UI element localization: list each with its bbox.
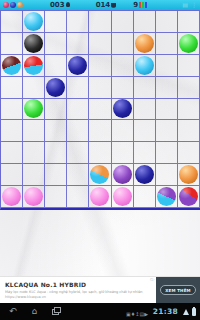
cell-r6c8[interactable] bbox=[178, 142, 200, 164]
score-value: 003 bbox=[50, 0, 65, 10]
ad-cta-panel: XEM THÊM bbox=[156, 277, 200, 303]
cell-r5c6[interactable] bbox=[134, 120, 156, 142]
status-icon-4: ▶ bbox=[144, 311, 148, 317]
window-icon[interactable]: ▤ bbox=[182, 0, 188, 10]
cell-r4c0[interactable] bbox=[1, 99, 23, 121]
cell-r7c7[interactable] bbox=[156, 164, 178, 186]
cell-r7c1[interactable] bbox=[23, 164, 45, 186]
cell-r2c3[interactable] bbox=[67, 55, 89, 77]
cell-r6c6[interactable] bbox=[134, 142, 156, 164]
status-icons: ▣♦↥▤▶ bbox=[126, 301, 148, 320]
cell-r3c8[interactable] bbox=[178, 77, 200, 99]
ad-body-text: Máy lọc nước KLC Aqua - công nghệ hybrid… bbox=[5, 290, 153, 294]
score-stat: 003 bbox=[50, 0, 70, 10]
cell-r4c4[interactable] bbox=[89, 99, 111, 121]
cell-r0c6[interactable] bbox=[134, 11, 156, 33]
cell-r1c2[interactable] bbox=[45, 33, 67, 55]
next-ball-orange bbox=[17, 2, 23, 8]
cell-r4c1[interactable] bbox=[23, 99, 45, 121]
cell-r8c7[interactable] bbox=[156, 186, 178, 208]
cell-r6c1[interactable] bbox=[23, 142, 45, 164]
navy-ball[interactable] bbox=[46, 78, 65, 97]
ad-url: https://www.klcaqua.vn bbox=[5, 295, 156, 299]
cell-r1c7[interactable] bbox=[156, 33, 178, 55]
cell-r2c0[interactable] bbox=[1, 55, 23, 77]
cell-r8c6[interactable] bbox=[134, 186, 156, 208]
cell-r8c8[interactable] bbox=[178, 186, 200, 208]
cell-r7c0[interactable] bbox=[1, 164, 23, 186]
purple-red-ball[interactable] bbox=[179, 187, 198, 206]
cell-r3c5[interactable] bbox=[112, 77, 134, 99]
pink-ball[interactable] bbox=[90, 187, 109, 206]
cell-r0c1[interactable] bbox=[23, 11, 45, 33]
next-balls bbox=[3, 2, 23, 8]
screen: 003 014 9 ▤ ⋮ KLCAQUA No.1 HYBRID Máy lọ… bbox=[0, 0, 200, 320]
cell-r2c1[interactable] bbox=[23, 55, 45, 77]
navy-ball[interactable] bbox=[68, 56, 87, 75]
cell-r1c0[interactable] bbox=[1, 33, 23, 55]
green-ball[interactable] bbox=[179, 34, 198, 53]
cell-r7c5[interactable] bbox=[112, 164, 134, 186]
cell-r5c1[interactable] bbox=[23, 120, 45, 142]
ad-banner[interactable]: KLCAQUA No.1 HYBRID Máy lọc nước KLC Aqu… bbox=[0, 276, 200, 303]
purple-cyan-ball[interactable] bbox=[157, 187, 176, 206]
cell-r4c7[interactable] bbox=[156, 99, 178, 121]
clock: 21:38 bbox=[153, 307, 178, 316]
cell-r3c7[interactable] bbox=[156, 77, 178, 99]
cell-r3c4[interactable] bbox=[89, 77, 111, 99]
purple-ball[interactable] bbox=[113, 165, 132, 184]
black-ball[interactable] bbox=[24, 34, 43, 53]
cell-r4c6[interactable] bbox=[134, 99, 156, 121]
cell-r0c0[interactable] bbox=[1, 11, 23, 33]
cell-r7c2[interactable] bbox=[45, 164, 67, 186]
trophy-icon bbox=[111, 3, 116, 7]
status-cluster: ▣♦↥▤▶ 21:38 bbox=[126, 301, 196, 320]
adchoices-icon[interactable]: ⓘ bbox=[150, 277, 154, 282]
home-icon[interactable]: ⌂ bbox=[32, 303, 38, 320]
android-navbar: ↶ ⌂ ▣♦↥▤▶ 21:38 bbox=[0, 303, 200, 320]
cell-r0c8[interactable] bbox=[178, 11, 200, 33]
cell-r3c6[interactable] bbox=[134, 77, 156, 99]
orange-ball[interactable] bbox=[179, 165, 198, 184]
score-ball-icon bbox=[66, 2, 70, 7]
cell-r3c1[interactable] bbox=[23, 77, 45, 99]
navy-ball[interactable] bbox=[113, 99, 132, 118]
cell-r8c0[interactable] bbox=[1, 186, 23, 208]
ad-cta-button[interactable]: XEM THÊM bbox=[160, 285, 196, 295]
cell-r5c3[interactable] bbox=[67, 120, 89, 142]
cell-r1c6[interactable] bbox=[134, 33, 156, 55]
cell-r2c6[interactable] bbox=[134, 55, 156, 77]
cell-r3c0[interactable] bbox=[1, 77, 23, 99]
cell-r5c0[interactable] bbox=[1, 120, 23, 142]
recents-icon[interactable] bbox=[52, 309, 59, 315]
cell-r0c5[interactable] bbox=[112, 11, 134, 33]
cell-r2c4[interactable] bbox=[89, 55, 111, 77]
cell-r7c3[interactable] bbox=[67, 164, 89, 186]
cell-r4c2[interactable] bbox=[45, 99, 67, 121]
cell-r0c7[interactable] bbox=[156, 11, 178, 33]
maroon-cyan-ball[interactable] bbox=[2, 56, 21, 75]
cell-r6c2[interactable] bbox=[45, 142, 67, 164]
next-ball-navy bbox=[10, 2, 16, 8]
overflow-menu-icon[interactable]: ⋮ bbox=[191, 0, 197, 10]
game-header: 003 014 9 ▤ ⋮ bbox=[0, 0, 200, 10]
cell-r3c3[interactable] bbox=[67, 77, 89, 99]
cell-r8c5[interactable] bbox=[112, 186, 134, 208]
cell-r5c5[interactable] bbox=[112, 120, 134, 142]
cell-r3c2[interactable] bbox=[45, 77, 67, 99]
cell-r4c5[interactable] bbox=[112, 99, 134, 121]
back-icon[interactable]: ↶ bbox=[9, 303, 17, 320]
cell-r0c4[interactable] bbox=[89, 11, 111, 33]
cell-r5c4[interactable] bbox=[89, 120, 111, 142]
cell-r5c8[interactable] bbox=[178, 120, 200, 142]
cell-r8c2[interactable] bbox=[45, 186, 67, 208]
wifi-icon bbox=[183, 309, 189, 315]
cell-r7c8[interactable] bbox=[178, 164, 200, 186]
orange-ball[interactable] bbox=[135, 34, 154, 53]
ad-headline[interactable]: KLCAQUA No.1 HYBRID bbox=[5, 281, 156, 288]
pink-ball[interactable] bbox=[113, 187, 132, 206]
cell-r2c8[interactable] bbox=[178, 55, 200, 77]
cell-r7c6[interactable] bbox=[134, 164, 156, 186]
green-ball[interactable] bbox=[24, 99, 43, 118]
best-value: 014 bbox=[96, 0, 111, 10]
cell-r1c8[interactable] bbox=[178, 33, 200, 55]
cell-r6c7[interactable] bbox=[156, 142, 178, 164]
best-stat: 014 bbox=[96, 0, 117, 10]
cell-r2c7[interactable] bbox=[156, 55, 178, 77]
colors-stat: 9 bbox=[133, 0, 147, 10]
pink-ball[interactable] bbox=[24, 187, 43, 206]
cell-r0c2[interactable] bbox=[45, 11, 67, 33]
cell-r5c7[interactable] bbox=[156, 120, 178, 142]
orange-cyan-ball[interactable] bbox=[90, 165, 109, 184]
cell-r2c5[interactable] bbox=[112, 55, 134, 77]
cell-r8c1[interactable] bbox=[23, 186, 45, 208]
cell-r0c3[interactable] bbox=[67, 11, 89, 33]
next-ball-crimson bbox=[3, 2, 9, 8]
colors-count-value: 9 bbox=[133, 0, 138, 10]
ad-content[interactable]: KLCAQUA No.1 HYBRID Máy lọc nước KLC Aqu… bbox=[0, 277, 156, 303]
cell-r8c3[interactable] bbox=[67, 186, 89, 208]
battery-icon bbox=[192, 308, 196, 316]
color-bars-icon bbox=[139, 2, 147, 8]
red-cyan-ball[interactable] bbox=[24, 56, 43, 75]
pink-ball[interactable] bbox=[2, 187, 21, 206]
cell-r1c4[interactable] bbox=[89, 33, 111, 55]
cell-r6c5[interactable] bbox=[112, 142, 134, 164]
cell-r2c2[interactable] bbox=[45, 55, 67, 77]
cell-r1c3[interactable] bbox=[67, 33, 89, 55]
cell-r5c2[interactable] bbox=[45, 120, 67, 142]
cell-r4c3[interactable] bbox=[67, 99, 89, 121]
cell-r4c8[interactable] bbox=[178, 99, 200, 121]
cell-r1c5[interactable] bbox=[112, 33, 134, 55]
cell-r8c4[interactable] bbox=[89, 186, 111, 208]
cyan-ball[interactable] bbox=[24, 12, 43, 31]
cell-r6c3[interactable] bbox=[67, 142, 89, 164]
cell-r6c4[interactable] bbox=[89, 142, 111, 164]
game-board[interactable] bbox=[0, 10, 200, 210]
navy-ball[interactable] bbox=[135, 165, 154, 184]
cell-r1c1[interactable] bbox=[23, 33, 45, 55]
cell-r6c0[interactable] bbox=[1, 142, 23, 164]
cell-r7c4[interactable] bbox=[89, 164, 111, 186]
cyan-ball[interactable] bbox=[135, 56, 154, 75]
